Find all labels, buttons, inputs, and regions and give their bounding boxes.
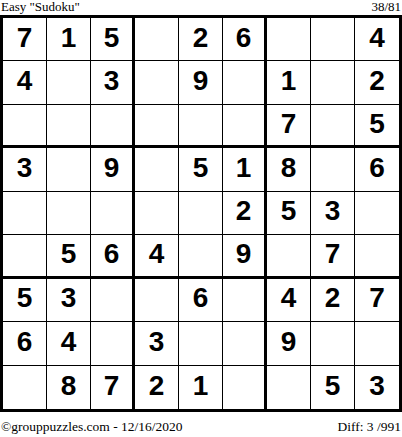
cell-r2c3[interactable]: 3 (91, 61, 135, 104)
cell-r9c3[interactable]: 7 (91, 366, 135, 409)
cell-r3c9[interactable]: 5 (355, 105, 399, 148)
cell-r7c2[interactable]: 3 (47, 279, 91, 322)
cell-r8c9[interactable] (355, 322, 399, 365)
cell-r2c7[interactable]: 1 (267, 61, 311, 104)
sudoku-page: Easy "Sudoku" 38/81 71526443912753951862… (0, 0, 402, 437)
cell-r7c7[interactable]: 4 (267, 279, 311, 322)
cell-r9c8[interactable]: 5 (311, 366, 355, 409)
cell-r8c1[interactable]: 6 (3, 322, 47, 365)
cell-r8c5[interactable] (179, 322, 223, 365)
cell-r1c9[interactable]: 4 (355, 18, 399, 61)
cell-r4c1[interactable]: 3 (3, 148, 47, 191)
cell-r8c3[interactable] (91, 322, 135, 365)
cell-r1c8[interactable] (311, 18, 355, 61)
cell-r7c9[interactable]: 7 (355, 279, 399, 322)
cell-r3c4[interactable] (135, 105, 179, 148)
cell-r7c4[interactable] (135, 279, 179, 322)
cell-r6c1[interactable] (3, 235, 47, 278)
cell-r4c5[interactable]: 5 (179, 148, 223, 191)
cell-r9c9[interactable]: 3 (355, 366, 399, 409)
cell-r3c5[interactable] (179, 105, 223, 148)
cell-r5c1[interactable] (3, 192, 47, 235)
cell-r8c6[interactable] (223, 322, 267, 365)
cell-r4c8[interactable] (311, 148, 355, 191)
cell-r4c4[interactable] (135, 148, 179, 191)
cell-r2c8[interactable] (311, 61, 355, 104)
cell-r5c9[interactable] (355, 192, 399, 235)
cell-r4c2[interactable] (47, 148, 91, 191)
cell-r8c8[interactable] (311, 322, 355, 365)
cell-r5c2[interactable] (47, 192, 91, 235)
footer: ©grouppuzzles.com - 12/16/2020 Diff: 3 /… (0, 412, 402, 434)
cell-r6c4[interactable]: 4 (135, 235, 179, 278)
cell-r5c8[interactable]: 3 (311, 192, 355, 235)
cell-r4c3[interactable]: 9 (91, 148, 135, 191)
cell-r9c1[interactable] (3, 366, 47, 409)
cell-r7c8[interactable]: 2 (311, 279, 355, 322)
cell-r9c2[interactable]: 8 (47, 366, 91, 409)
cell-r5c3[interactable] (91, 192, 135, 235)
cell-r1c7[interactable] (267, 18, 311, 61)
cell-r6c9[interactable] (355, 235, 399, 278)
page-title: Easy "Sudoku" (1, 0, 80, 14)
cell-r6c8[interactable]: 7 (311, 235, 355, 278)
cell-r3c3[interactable] (91, 105, 135, 148)
cell-r9c4[interactable]: 2 (135, 366, 179, 409)
cell-r4c9[interactable]: 6 (355, 148, 399, 191)
cell-r5c4[interactable] (135, 192, 179, 235)
cell-r5c5[interactable] (179, 192, 223, 235)
cell-r1c5[interactable]: 2 (179, 18, 223, 61)
cell-r4c7[interactable]: 8 (267, 148, 311, 191)
cell-r8c4[interactable]: 3 (135, 322, 179, 365)
cell-r2c6[interactable] (223, 61, 267, 104)
cell-r1c2[interactable]: 1 (47, 18, 91, 61)
cell-r1c1[interactable]: 7 (3, 18, 47, 61)
sudoku-board: 7152644391275395186253564975364276439872… (0, 15, 402, 412)
copyright-text: ©grouppuzzles.com - 12/16/2020 (1, 419, 183, 434)
cell-r1c4[interactable] (135, 18, 179, 61)
cell-r5c6[interactable]: 2 (223, 192, 267, 235)
cell-r3c2[interactable] (47, 105, 91, 148)
cell-r6c2[interactable]: 5 (47, 235, 91, 278)
cell-r2c9[interactable]: 2 (355, 61, 399, 104)
cell-r7c3[interactable] (91, 279, 135, 322)
cell-r2c4[interactable] (135, 61, 179, 104)
difficulty-label: Diff: 3 /991 (338, 419, 402, 434)
cell-r6c3[interactable]: 6 (91, 235, 135, 278)
cell-r9c7[interactable] (267, 366, 311, 409)
cell-r6c7[interactable] (267, 235, 311, 278)
cell-r2c2[interactable] (47, 61, 91, 104)
cell-r7c5[interactable]: 6 (179, 279, 223, 322)
cell-r6c6[interactable]: 9 (223, 235, 267, 278)
cell-r8c7[interactable]: 9 (267, 322, 311, 365)
cell-r8c2[interactable]: 4 (47, 322, 91, 365)
cell-r3c6[interactable] (223, 105, 267, 148)
cell-r7c1[interactable]: 5 (3, 279, 47, 322)
cell-r4c6[interactable]: 1 (223, 148, 267, 191)
cell-r3c7[interactable]: 7 (267, 105, 311, 148)
cell-r3c8[interactable] (311, 105, 355, 148)
cell-r2c1[interactable]: 4 (3, 61, 47, 104)
cell-r9c5[interactable]: 1 (179, 366, 223, 409)
empty-cell-counter: 38/81 (371, 0, 401, 14)
cell-r9c6[interactable] (223, 366, 267, 409)
cell-r6c5[interactable] (179, 235, 223, 278)
cell-r1c6[interactable]: 6 (223, 18, 267, 61)
cell-r3c1[interactable] (3, 105, 47, 148)
cell-r5c7[interactable]: 5 (267, 192, 311, 235)
cell-r7c6[interactable] (223, 279, 267, 322)
header: Easy "Sudoku" 38/81 (0, 0, 402, 15)
cell-r2c5[interactable]: 9 (179, 61, 223, 104)
cell-r1c3[interactable]: 5 (91, 18, 135, 61)
